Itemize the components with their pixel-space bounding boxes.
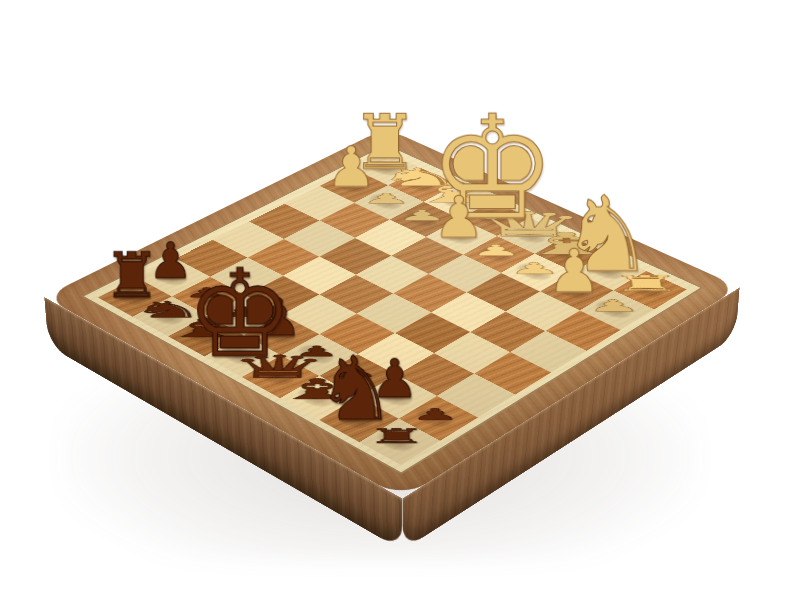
piece-white-pawn-h2: ♟ <box>326 139 376 195</box>
piece-white-pawn-b2: ♟ <box>547 241 601 301</box>
product-photo-stage: ♜♞♝♚♛♝♞♜♟♟♟♟♟♟♟♟♟♟♟♟♟♟♟♟♜♞♝♚♛♝♞♜ <box>0 0 800 600</box>
maple-border: ♜♞♝♚♛♝♞♜♟♟♟♟♟♟♟♟♟♟♟♟♟♟♟♟♜♞♝♚♛♝♞♜ <box>81 144 703 474</box>
piece-white-pawn-g2: ♟ <box>361 191 412 205</box>
piece-white-pawn-a2: ♟ <box>585 297 641 314</box>
piece-black-pawn-a7: ♟ <box>411 407 460 423</box>
piece-white-pawn-e2: ♟ <box>433 188 485 246</box>
piece-black-king-e8: ♚ <box>186 254 294 375</box>
piece-white-pawn-d2: ♟ <box>469 243 522 258</box>
piece-black-rook-a8: ♜ <box>366 426 428 446</box>
piece-black-knight-b8: ♞ <box>316 345 395 434</box>
board-frame: ♜♞♝♚♛♝♞♜♟♟♟♟♟♟♟♟♟♟♟♟♟♟♟♟♜♞♝♚♛♝♞♜ <box>44 128 740 498</box>
piece-black-rook-h8: ♜ <box>103 244 160 307</box>
piece-white-rook-a1: ♜ <box>608 273 685 295</box>
perspective-scene: ♜♞♝♚♛♝♞♜♟♟♟♟♟♟♟♟♟♟♟♟♟♟♟♟♜♞♝♚♛♝♞♜ <box>0 0 800 600</box>
chess-board: ♜♞♝♚♛♝♞♜♟♟♟♟♟♟♟♟♟♟♟♟♟♟♟♟♜♞♝♚♛♝♞♜ <box>44 128 740 498</box>
